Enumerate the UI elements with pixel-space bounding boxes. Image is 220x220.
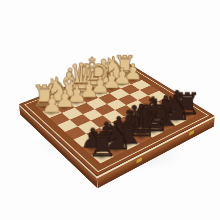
piece-shadow (125, 76, 139, 84)
brass-clasp-icon (137, 157, 142, 164)
piece-shadow (80, 93, 95, 102)
white-pawn: ♟ (41, 93, 63, 115)
chess-board: ♜♞♟♝♟♚♟♛♟♝♟♞♟♟♜♟♟♜♟♟♞♟♝♟♚♟♛♟♝♟♞♜ (19, 63, 215, 177)
black-rook: ♜ (87, 129, 118, 160)
chess-set-photo: ♜♞♟♝♟♚♟♛♟♝♟♞♟♟♜♟♟♜♟♟♞♟♝♟♚♟♛♟♝♟♞♜ (0, 0, 220, 220)
piece-shadow (114, 80, 129, 88)
piece-shadow (92, 89, 107, 97)
scene: ♜♞♟♝♟♚♟♛♟♝♟♞♟♟♜♟♟♜♟♟♞♟♝♟♚♟♛♟♝♟♞♜ (0, 0, 220, 220)
piece-shadow (103, 84, 118, 92)
brass-clasp-icon (189, 130, 194, 136)
piece-shadow (69, 98, 84, 107)
